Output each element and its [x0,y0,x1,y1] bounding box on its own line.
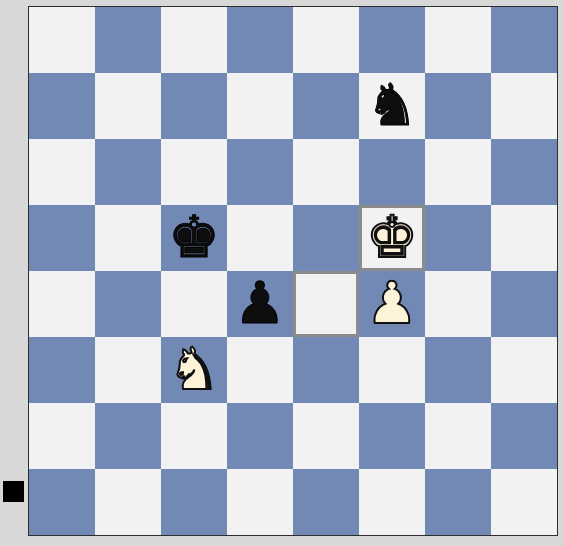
square-a8[interactable] [29,7,95,73]
square-g3[interactable] [425,337,491,403]
square-a3[interactable] [29,337,95,403]
square-b1[interactable] [95,469,161,535]
square-f5[interactable]: ♚ [359,205,425,271]
square-g6[interactable] [425,139,491,205]
square-f6[interactable] [359,139,425,205]
black-to-move-indicator [3,481,24,502]
square-e8[interactable] [293,7,359,73]
square-e2[interactable] [293,403,359,469]
square-h5[interactable] [491,205,557,271]
square-h1[interactable] [491,469,557,535]
square-h8[interactable] [491,7,557,73]
square-c3[interactable]: ♞ [161,337,227,403]
square-c6[interactable] [161,139,227,205]
square-e3[interactable] [293,337,359,403]
square-e1[interactable] [293,469,359,535]
square-b3[interactable] [95,337,161,403]
square-a6[interactable] [29,139,95,205]
square-e4[interactable] [293,271,359,337]
square-h3[interactable] [491,337,557,403]
square-a1[interactable] [29,469,95,535]
square-f2[interactable] [359,403,425,469]
square-e7[interactable] [293,73,359,139]
white-knight-c3: ♞ [168,336,220,402]
square-c8[interactable] [161,7,227,73]
square-a2[interactable] [29,403,95,469]
square-a4[interactable] [29,271,95,337]
square-d2[interactable] [227,403,293,469]
square-b6[interactable] [95,139,161,205]
square-d1[interactable] [227,469,293,535]
square-b2[interactable] [95,403,161,469]
square-b4[interactable] [95,271,161,337]
square-e6[interactable] [293,139,359,205]
square-g1[interactable] [425,469,491,535]
square-h6[interactable] [491,139,557,205]
square-c4[interactable] [161,271,227,337]
square-d4[interactable]: ♟ [227,271,293,337]
white-king-f5: ♚ [366,204,418,270]
square-e5[interactable] [293,205,359,271]
square-g2[interactable] [425,403,491,469]
square-c5[interactable]: ♚ [161,205,227,271]
square-c1[interactable] [161,469,227,535]
black-pawn-d4: ♟ [234,270,286,336]
square-c7[interactable] [161,73,227,139]
square-d5[interactable] [227,205,293,271]
square-f3[interactable] [359,337,425,403]
square-g5[interactable] [425,205,491,271]
square-b5[interactable] [95,205,161,271]
square-b8[interactable] [95,7,161,73]
chess-diagram: ♞♚♚♟♟♞ [0,0,564,546]
square-a5[interactable] [29,205,95,271]
square-f4[interactable]: ♟ [359,271,425,337]
black-knight-f7: ♞ [366,72,418,138]
square-g7[interactable] [425,73,491,139]
square-f8[interactable] [359,7,425,73]
square-d3[interactable] [227,337,293,403]
square-h4[interactable] [491,271,557,337]
square-h2[interactable] [491,403,557,469]
square-g4[interactable] [425,271,491,337]
square-b7[interactable] [95,73,161,139]
square-a7[interactable] [29,73,95,139]
square-h7[interactable] [491,73,557,139]
chess-board: ♞♚♚♟♟♞ [28,6,558,536]
square-f1[interactable] [359,469,425,535]
white-pawn-f4: ♟ [366,270,418,336]
square-d8[interactable] [227,7,293,73]
black-king-c5: ♚ [168,204,220,270]
square-c2[interactable] [161,403,227,469]
square-d6[interactable] [227,139,293,205]
square-d7[interactable] [227,73,293,139]
square-f7[interactable]: ♞ [359,73,425,139]
square-g8[interactable] [425,7,491,73]
